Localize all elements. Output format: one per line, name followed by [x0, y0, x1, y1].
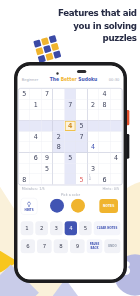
- sudoku-cell-r3c5[interactable]: [65, 110, 76, 121]
- sudoku-cell-r8c9[interactable]: [111, 163, 122, 174]
- sudoku-cell-r1c6[interactable]: [76, 89, 87, 100]
- timer-label: 00:30: [109, 77, 120, 81]
- sudoku-cell-r7c3[interactable]: 9: [42, 153, 53, 164]
- sudoku-cell-r2c1[interactable]: [19, 99, 30, 110]
- speaker-icon: [77, 70, 86, 73]
- sudoku-cell-r5c5[interactable]: [65, 131, 76, 142]
- sudoku-cell-r1c8[interactable]: 4: [99, 89, 110, 100]
- sudoku-cell-r1c4[interactable]: [53, 89, 64, 100]
- sudoku-cell-r3c1[interactable]: [19, 110, 30, 121]
- sudoku-cell-r6c6[interactable]: [76, 142, 87, 153]
- sudoku-cell-r7c7[interactable]: [88, 153, 99, 164]
- sudoku-cell-r9c4[interactable]: [53, 174, 64, 185]
- numpad-key-9[interactable]: 9: [70, 239, 84, 253]
- camera-dot-icon: [56, 72, 58, 74]
- clear-notes-button[interactable]: CLEAR NOTES: [94, 221, 121, 235]
- sudoku-cell-r3c9[interactable]: [111, 110, 122, 121]
- phone-mockup: Beginner The Better Sudoku 00:30 5741728…: [14, 62, 127, 283]
- mistakes-counter: Mistakes: 1/5: [22, 187, 45, 191]
- sudoku-cell-r3c4[interactable]: [53, 110, 64, 121]
- sudoku-cell-r6c9[interactable]: [111, 142, 122, 153]
- sudoku-cell-r5c4[interactable]: 2: [53, 131, 64, 142]
- sudoku-cell-r1c3[interactable]: 7: [42, 89, 53, 100]
- sudoku-cell-r2c9[interactable]: [111, 99, 122, 110]
- sudoku-board: 5741728454278469545385146: [18, 88, 123, 185]
- sudoku-cell-r4c1[interactable]: [19, 121, 30, 132]
- sudoku-cell-r4c8[interactable]: [99, 121, 110, 132]
- numpad-key-7[interactable]: 7: [37, 239, 51, 253]
- sudoku-cell-r9c7[interactable]: 14: [88, 174, 99, 185]
- difficulty-label: Beginner: [22, 77, 39, 81]
- sudoku-cell-r8c7[interactable]: 3: [88, 163, 99, 174]
- sudoku-cell-r8c2[interactable]: [30, 163, 41, 174]
- sudoku-cell-r2c4[interactable]: [53, 99, 64, 110]
- pencil-notes: 14: [88, 175, 98, 184]
- sudoku-cell-r3c2[interactable]: [30, 110, 41, 121]
- sudoku-cell-r9c6[interactable]: 5: [76, 174, 87, 185]
- sudoku-cell-r4c7[interactable]: [88, 121, 99, 132]
- sudoku-cell-r9c2[interactable]: [30, 174, 41, 185]
- sudoku-cell-r7c8[interactable]: [99, 153, 110, 164]
- sudoku-cell-r3c3[interactable]: [42, 110, 53, 121]
- notes-button[interactable]: NOTES: [99, 199, 118, 213]
- undo-button[interactable]: UNDO: [104, 239, 120, 253]
- sudoku-cell-r7c6[interactable]: [76, 153, 87, 164]
- numpad-row-2: 6 7 8 9 PAUSE BACK UNDO: [21, 239, 121, 253]
- sudoku-cell-r6c8[interactable]: [99, 142, 110, 153]
- numpad-key-4-selected[interactable]: 4: [65, 221, 78, 235]
- sudoku-cell-r6c1[interactable]: [19, 142, 30, 153]
- sudoku-cell-r8c4[interactable]: [53, 163, 64, 174]
- sudoku-cell-r9c8[interactable]: 6: [99, 174, 110, 185]
- sudoku-cell-r9c3[interactable]: [42, 174, 53, 185]
- hints-counter: Hints: 0/5: [102, 187, 119, 191]
- lightbulb-icon: [26, 201, 32, 208]
- hints-button-label: HINTS: [24, 208, 33, 211]
- sudoku-cell-r8c8[interactable]: [99, 163, 110, 174]
- sudoku-cell-r9c9[interactable]: [111, 174, 122, 185]
- sudoku-cell-r5c3[interactable]: [42, 131, 53, 142]
- sudoku-cell-r8c6[interactable]: [76, 163, 87, 174]
- sudoku-cell-r5c6[interactable]: 7: [76, 131, 87, 142]
- sudoku-cell-r2c8[interactable]: 8: [99, 99, 110, 110]
- pause-back-button[interactable]: PAUSE BACK: [87, 239, 103, 253]
- sudoku-cell-r3c7[interactable]: [88, 110, 99, 121]
- sudoku-cell-r5c8[interactable]: [99, 131, 110, 142]
- numpad-key-6[interactable]: 6: [21, 239, 35, 253]
- sudoku-cell-r2c3[interactable]: [42, 99, 53, 110]
- sudoku-cell-r8c5[interactable]: [65, 163, 76, 174]
- sudoku-cell-r6c2[interactable]: [30, 142, 41, 153]
- sudoku-cell-r3c8[interactable]: [99, 110, 110, 121]
- sudoku-cell-r2c6[interactable]: [76, 99, 87, 110]
- sudoku-cell-r6c7[interactable]: 4: [88, 142, 99, 153]
- sudoku-cell-r1c9[interactable]: [111, 89, 122, 100]
- sudoku-cell-r8c3[interactable]: 5: [42, 163, 53, 174]
- sudoku-cell-r7c4[interactable]: [53, 153, 64, 164]
- pick-color-label: Pick a color: [18, 193, 124, 197]
- app-header: Beginner The Better Sudoku 00:30: [22, 76, 120, 81]
- color-swatch-blue[interactable]: [50, 199, 64, 213]
- sudoku-cell-r2c7[interactable]: 2: [88, 99, 99, 110]
- sudoku-cell-r5c7[interactable]: [88, 131, 99, 142]
- sudoku-cell-r8c1[interactable]: [19, 163, 30, 174]
- sudoku-cell-r2c2[interactable]: 1: [30, 99, 41, 110]
- sudoku-cell-r4c5[interactable]: 4: [65, 121, 76, 132]
- sudoku-cell-r2c5[interactable]: 7: [65, 99, 76, 110]
- sudoku-cell-r7c9[interactable]: 4: [111, 153, 122, 164]
- sudoku-cell-r9c1[interactable]: 8: [19, 174, 30, 185]
- sudoku-cell-r4c9[interactable]: [111, 121, 122, 132]
- sudoku-cell-r4c3[interactable]: [42, 121, 53, 132]
- screenshot-stage: 8 Features that aid you in solving puzzl…: [0, 0, 140, 296]
- numpad-key-8[interactable]: 8: [54, 239, 68, 253]
- sudoku-cell-r5c9[interactable]: [111, 131, 122, 142]
- numpad-key-5[interactable]: 5: [79, 221, 92, 235]
- sudoku-cell-r7c1[interactable]: [19, 153, 30, 164]
- numpad-row-1: 1 2 3 4 5 CLEAR NOTES: [21, 221, 121, 235]
- hints-button[interactable]: HINTS: [21, 198, 38, 215]
- sudoku-cell-r5c1[interactable]: [19, 131, 30, 142]
- sudoku-cell-r1c1[interactable]: 5: [19, 89, 30, 100]
- numpad-key-1[interactable]: 1: [21, 221, 34, 235]
- sudoku-cell-r1c7[interactable]: [88, 89, 99, 100]
- sudoku-cell-r4c6[interactable]: 5: [76, 121, 87, 132]
- sudoku-cell-r3c6[interactable]: [76, 110, 87, 121]
- sudoku-cell-r6c4[interactable]: 8: [53, 142, 64, 153]
- sudoku-cell-r6c5[interactable]: [65, 142, 76, 153]
- phone-screen: Beginner The Better Sudoku 00:30 5741728…: [18, 66, 124, 280]
- sudoku-cell-r5c2[interactable]: 4: [30, 131, 41, 142]
- sudoku-cell-r6c3[interactable]: [42, 142, 53, 153]
- sudoku-cell-r4c4[interactable]: [53, 121, 64, 132]
- numpad-key-2[interactable]: 2: [35, 221, 48, 235]
- sudoku-cell-r1c2[interactable]: [30, 89, 41, 100]
- sudoku-cell-r9c5[interactable]: [65, 174, 76, 185]
- stats-row: Mistakes: 1/5 Hints: 0/5: [22, 187, 120, 191]
- sudoku-cell-r1c5[interactable]: [65, 89, 76, 100]
- color-swatch-yellow[interactable]: [71, 199, 85, 213]
- sudoku-cell-r7c5[interactable]: 5: [65, 153, 76, 164]
- sudoku-cell-r7c2[interactable]: 6: [30, 153, 41, 164]
- app-title: The Better Sudoku: [50, 76, 97, 81]
- sudoku-cell-r4c2[interactable]: [30, 121, 41, 132]
- numpad-key-3[interactable]: 3: [50, 221, 63, 235]
